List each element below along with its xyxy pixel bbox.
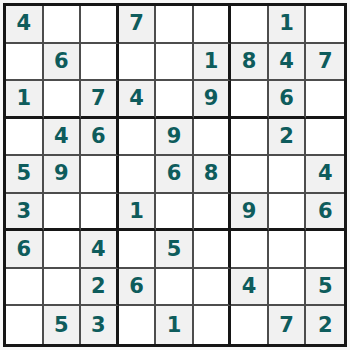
cell-r6c2[interactable] (44, 194, 82, 232)
cell-r9c8: 7 (269, 306, 307, 344)
cell-r2c5[interactable] (156, 44, 194, 82)
cell-r8c3: 2 (81, 269, 119, 307)
cell-r8c2[interactable] (44, 269, 82, 307)
cell-r1c7[interactable] (231, 6, 269, 44)
cell-r5c6: 8 (194, 156, 232, 194)
cell-r9c1[interactable] (6, 306, 44, 344)
cell-r9c5: 1 (156, 306, 194, 344)
cell-r5c1: 5 (6, 156, 44, 194)
cell-r4c1[interactable] (6, 119, 44, 157)
cell-r1c2[interactable] (44, 6, 82, 44)
cell-r6c9: 6 (306, 194, 344, 232)
sudoku-board: 47161847174964692596843196645264553172 (3, 3, 347, 347)
cell-r7c1: 6 (6, 231, 44, 269)
cell-r5c2: 9 (44, 156, 82, 194)
cell-r5c9: 4 (306, 156, 344, 194)
cell-r1c6[interactable] (194, 6, 232, 44)
cell-r4c4[interactable] (119, 119, 157, 157)
cell-r4c7[interactable] (231, 119, 269, 157)
cell-r1c9[interactable] (306, 6, 344, 44)
cell-r7c5: 5 (156, 231, 194, 269)
cell-r1c8: 1 (269, 6, 307, 44)
cell-r6c8[interactable] (269, 194, 307, 232)
cell-r9c3: 3 (81, 306, 119, 344)
cell-r7c9[interactable] (306, 231, 344, 269)
cell-r7c3: 4 (81, 231, 119, 269)
cell-r3c4: 4 (119, 81, 157, 119)
cell-r9c4[interactable] (119, 306, 157, 344)
cell-r2c9: 7 (306, 44, 344, 82)
cell-r4c5: 9 (156, 119, 194, 157)
cell-r2c8: 4 (269, 44, 307, 82)
cell-r2c7: 8 (231, 44, 269, 82)
cell-r5c7[interactable] (231, 156, 269, 194)
cell-r6c4: 1 (119, 194, 157, 232)
cell-r2c1[interactable] (6, 44, 44, 82)
cell-r4c8: 2 (269, 119, 307, 157)
cell-r6c1: 3 (6, 194, 44, 232)
cell-r5c8[interactable] (269, 156, 307, 194)
cell-r6c5[interactable] (156, 194, 194, 232)
cell-r5c4[interactable] (119, 156, 157, 194)
cell-r9c2: 5 (44, 306, 82, 344)
cell-r7c8[interactable] (269, 231, 307, 269)
cell-r3c2[interactable] (44, 81, 82, 119)
cell-r1c3[interactable] (81, 6, 119, 44)
cell-r6c6[interactable] (194, 194, 232, 232)
cell-r2c3[interactable] (81, 44, 119, 82)
cell-r2c4[interactable] (119, 44, 157, 82)
cell-r9c6[interactable] (194, 306, 232, 344)
cell-r6c7: 9 (231, 194, 269, 232)
cell-r8c5[interactable] (156, 269, 194, 307)
cell-r9c9: 2 (306, 306, 344, 344)
cell-r8c4: 6 (119, 269, 157, 307)
cell-r3c1: 1 (6, 81, 44, 119)
cell-r3c9[interactable] (306, 81, 344, 119)
cell-r3c5[interactable] (156, 81, 194, 119)
cell-r8c1[interactable] (6, 269, 44, 307)
cell-r5c3[interactable] (81, 156, 119, 194)
cell-r8c6[interactable] (194, 269, 232, 307)
cell-r4c6[interactable] (194, 119, 232, 157)
cell-r5c5: 6 (156, 156, 194, 194)
cell-r3c7[interactable] (231, 81, 269, 119)
cell-r7c7[interactable] (231, 231, 269, 269)
cell-r3c3: 7 (81, 81, 119, 119)
cell-r1c5[interactable] (156, 6, 194, 44)
cell-r7c4[interactable] (119, 231, 157, 269)
cell-r8c7: 4 (231, 269, 269, 307)
cell-r7c6[interactable] (194, 231, 232, 269)
cell-r7c2[interactable] (44, 231, 82, 269)
cell-r4c9[interactable] (306, 119, 344, 157)
cell-r4c3: 6 (81, 119, 119, 157)
cell-r2c2: 6 (44, 44, 82, 82)
cell-r8c9: 5 (306, 269, 344, 307)
cell-r9c7[interactable] (231, 306, 269, 344)
cell-r1c1: 4 (6, 6, 44, 44)
cell-r2c6: 1 (194, 44, 232, 82)
cell-r3c6: 9 (194, 81, 232, 119)
cell-r6c3[interactable] (81, 194, 119, 232)
cell-r1c4: 7 (119, 6, 157, 44)
cell-r8c8[interactable] (269, 269, 307, 307)
cell-r4c2: 4 (44, 119, 82, 157)
cell-r3c8: 6 (269, 81, 307, 119)
